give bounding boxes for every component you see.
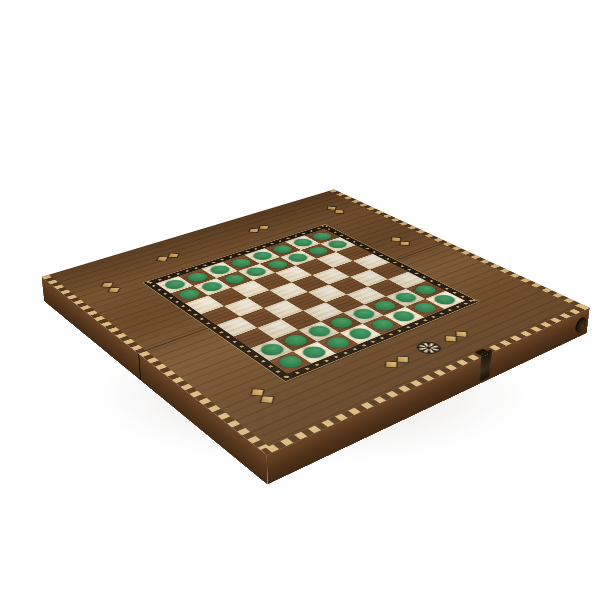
corner-knob [575, 315, 587, 334]
kite-icon [260, 396, 275, 404]
inlay-kite-motif [442, 330, 470, 343]
kite-icon [248, 228, 259, 232]
kite-icon [258, 225, 269, 229]
perspective-wrapper: ♜♞♝♛♚♝♞♜♟♟♟♟♟♟♟♟♟♟♟♟♟♟♟♟♜♞♝♛♚♝♞♜ [0, 0, 600, 600]
front-face-fold-seam [138, 353, 141, 381]
kite-icon [445, 335, 457, 342]
inlay-rosette-icon [415, 341, 443, 355]
kite-icon [385, 361, 398, 368]
product-photo-scene: ♜♞♝♛♚♝♞♜♟♟♟♟♟♟♟♟♟♟♟♟♟♟♟♟♜♞♝♛♚♝♞♜ [0, 0, 600, 600]
chess-board: ♜♞♝♛♚♝♞♜♟♟♟♟♟♟♟♟♟♟♟♟♟♟♟♟♜♞♝♛♚♝♞♜ [41, 189, 589, 454]
kite-icon [455, 331, 467, 338]
inlay-kite-motif [100, 281, 122, 293]
kite-icon [396, 356, 409, 363]
inlay-kite-motif [248, 387, 276, 404]
kite-icon [107, 287, 121, 293]
black-rook-icon: ♜ [234, 288, 347, 367]
clasp-latch [479, 349, 492, 383]
kite-icon [250, 388, 265, 396]
inlay-kite-motif [382, 355, 411, 369]
board-top: ♜♞♝♛♚♝♞♜♟♟♟♟♟♟♟♟♟♟♟♟♟♟♟♟♜♞♝♛♚♝♞♜ [41, 189, 589, 454]
kite-icon [334, 210, 344, 214]
